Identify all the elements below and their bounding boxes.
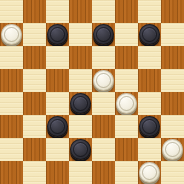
square-b2[interactable] [23,138,46,161]
square-h4[interactable] [161,92,184,115]
square-d3 [69,115,92,138]
square-a8 [0,0,23,23]
black-man-piece[interactable] [93,24,114,45]
square-b7 [23,23,46,46]
square-g6 [138,46,161,69]
square-f4[interactable] [115,92,138,115]
square-d5 [69,69,92,92]
square-g1[interactable] [138,161,161,184]
square-c8 [46,0,69,23]
square-f7 [115,23,138,46]
square-g3[interactable] [138,115,161,138]
square-c1[interactable] [46,161,69,184]
square-c6 [46,46,69,69]
black-man-piece[interactable] [139,24,160,45]
square-h7 [161,23,184,46]
square-f8[interactable] [115,0,138,23]
square-f5 [115,69,138,92]
square-d8[interactable] [69,0,92,23]
square-g8 [138,0,161,23]
square-a4 [0,92,23,115]
square-e3[interactable] [92,115,115,138]
square-h1 [161,161,184,184]
square-c4 [46,92,69,115]
square-c2 [46,138,69,161]
black-man-piece[interactable] [139,116,160,137]
square-g5[interactable] [138,69,161,92]
square-a7[interactable] [0,23,23,46]
white-man-piece[interactable] [93,70,114,91]
square-c7[interactable] [46,23,69,46]
square-h5 [161,69,184,92]
square-g7[interactable] [138,23,161,46]
square-h8[interactable] [161,0,184,23]
square-f1 [115,161,138,184]
square-b4[interactable] [23,92,46,115]
square-e4 [92,92,115,115]
black-man-piece[interactable] [70,93,91,114]
square-d4[interactable] [69,92,92,115]
white-man-piece[interactable] [1,24,22,45]
white-man-piece[interactable] [116,93,137,114]
square-d1 [69,161,92,184]
white-man-piece[interactable] [162,139,183,160]
square-e6 [92,46,115,69]
checkers-board [0,0,184,184]
square-b5 [23,69,46,92]
square-b1 [23,161,46,184]
black-man-piece[interactable] [47,116,68,137]
square-e8 [92,0,115,23]
square-f2[interactable] [115,138,138,161]
square-a5[interactable] [0,69,23,92]
square-e5[interactable] [92,69,115,92]
square-f6[interactable] [115,46,138,69]
square-e1[interactable] [92,161,115,184]
square-h2[interactable] [161,138,184,161]
square-g4 [138,92,161,115]
square-d2[interactable] [69,138,92,161]
square-b6[interactable] [23,46,46,69]
square-e2 [92,138,115,161]
square-h3 [161,115,184,138]
white-man-piece[interactable] [139,162,160,183]
square-d7 [69,23,92,46]
square-c3[interactable] [46,115,69,138]
square-a1[interactable] [0,161,23,184]
square-d6[interactable] [69,46,92,69]
square-b3 [23,115,46,138]
square-a3[interactable] [0,115,23,138]
square-c5[interactable] [46,69,69,92]
black-man-piece[interactable] [47,24,68,45]
square-h6[interactable] [161,46,184,69]
square-b8[interactable] [23,0,46,23]
square-f3 [115,115,138,138]
square-a6 [0,46,23,69]
square-e7[interactable] [92,23,115,46]
square-a2 [0,138,23,161]
square-g2 [138,138,161,161]
black-man-piece[interactable] [70,139,91,160]
